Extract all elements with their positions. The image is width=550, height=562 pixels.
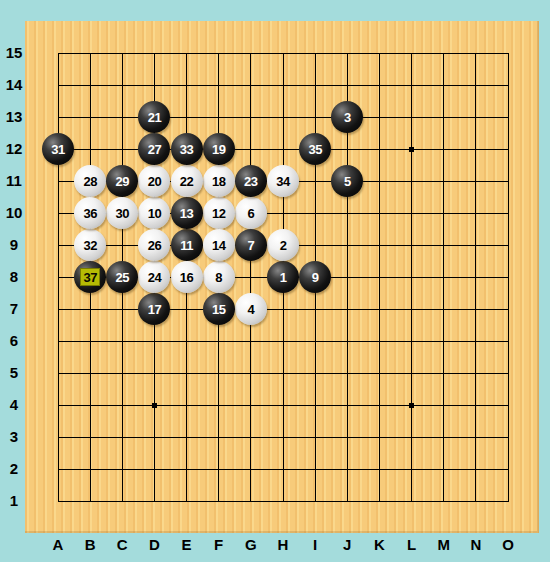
star-point — [409, 403, 414, 408]
row-label: 13 — [2, 109, 26, 125]
stone-number: 8 — [215, 271, 222, 284]
grid-line-horizontal — [58, 341, 509, 342]
stone-white: 12 — [203, 197, 235, 229]
row-label: 6 — [2, 333, 26, 349]
stone-black: 1 — [267, 261, 299, 293]
stone-number: 6 — [247, 207, 254, 220]
grid-line-horizontal — [58, 309, 509, 310]
grid-line-horizontal — [58, 501, 509, 502]
row-label: 1 — [2, 493, 26, 509]
stone-number: 17 — [148, 303, 161, 316]
row-label: 9 — [2, 237, 26, 253]
stone-number: 30 — [116, 207, 129, 220]
stone-white: 4 — [235, 293, 267, 325]
stone-number: 26 — [148, 239, 161, 252]
column-label: M — [434, 537, 454, 553]
stone-black: 11 — [171, 229, 203, 261]
column-label: H — [273, 537, 293, 553]
row-label: 4 — [2, 397, 26, 413]
stone-number: 28 — [83, 175, 96, 188]
stone-number: 34 — [276, 175, 289, 188]
row-label: 15 — [2, 45, 26, 61]
stone-white: 22 — [171, 165, 203, 197]
grid-line-horizontal — [58, 117, 509, 118]
stone-number: 24 — [148, 271, 161, 284]
stone-number: 27 — [148, 143, 161, 156]
column-label: C — [112, 537, 132, 553]
stone-number: 36 — [83, 207, 96, 220]
stone-number: 11 — [180, 239, 193, 252]
row-label: 10 — [2, 205, 26, 221]
grid-line-vertical — [250, 53, 251, 502]
column-label: I — [305, 537, 325, 553]
row-label: 3 — [2, 429, 26, 445]
star-point — [409, 147, 414, 152]
grid-line-horizontal — [58, 53, 509, 54]
stone-number: 19 — [212, 143, 225, 156]
stone-black: 9 — [299, 261, 331, 293]
column-label: D — [144, 537, 164, 553]
grid-line-vertical — [411, 53, 412, 502]
stone-white: 36 — [74, 197, 106, 229]
stone-number: 33 — [180, 143, 193, 156]
column-label: E — [177, 537, 197, 553]
stone-number: 32 — [83, 239, 96, 252]
grid-line-horizontal — [58, 405, 509, 406]
column-label: B — [80, 537, 100, 553]
grid-line-horizontal — [58, 469, 509, 470]
stone-number: 2 — [280, 239, 287, 252]
grid-line-vertical — [475, 53, 476, 502]
stone-number: 21 — [148, 111, 161, 124]
row-label: 8 — [2, 269, 26, 285]
stone-number: 23 — [244, 175, 257, 188]
column-label: A — [48, 537, 68, 553]
grid-line-vertical — [443, 53, 444, 502]
stone-black: 23 — [235, 165, 267, 197]
stone-number: 5 — [344, 175, 351, 188]
stone-number: 16 — [180, 271, 193, 284]
stone-black: 19 — [203, 133, 235, 165]
grid-line-horizontal — [58, 149, 509, 150]
stone-black: 15 — [203, 293, 235, 325]
stone-number: 12 — [212, 207, 225, 220]
grid-line-horizontal — [58, 85, 509, 86]
stone-black: 7 — [235, 229, 267, 261]
stone-number: 22 — [180, 175, 193, 188]
row-label: 12 — [2, 141, 26, 157]
stone-number: 37 — [83, 271, 96, 284]
column-label: G — [241, 537, 261, 553]
stone-white: 18 — [203, 165, 235, 197]
stone-black-last-move: 37 — [74, 261, 106, 293]
stone-number: 7 — [247, 239, 254, 252]
row-label: 2 — [2, 461, 26, 477]
stone-white: 32 — [74, 229, 106, 261]
stone-white: 6 — [235, 197, 267, 229]
column-label: J — [337, 537, 357, 553]
stone-number: 4 — [247, 303, 254, 316]
grid-line-vertical — [379, 53, 380, 502]
stone-white: 14 — [203, 229, 235, 261]
stone-number: 20 — [148, 175, 161, 188]
stone-number: 18 — [212, 175, 225, 188]
column-label: O — [498, 537, 518, 553]
go-diagram-page: ABCDEFGHIJKLMNO1514131211109876543211234… — [0, 0, 550, 562]
stone-number: 14 — [212, 239, 225, 252]
column-label: F — [209, 537, 229, 553]
stone-black: 33 — [171, 133, 203, 165]
grid-line-horizontal — [58, 373, 509, 374]
stone-number: 9 — [312, 271, 319, 284]
stone-white: 34 — [267, 165, 299, 197]
stone-number: 13 — [180, 207, 193, 220]
stone-number: 31 — [51, 143, 64, 156]
grid-line-vertical — [508, 53, 509, 502]
row-label: 14 — [2, 77, 26, 93]
star-point — [152, 403, 157, 408]
column-label: N — [466, 537, 486, 553]
stone-white: 8 — [203, 261, 235, 293]
stone-white: 28 — [74, 165, 106, 197]
stone-black: 13 — [171, 197, 203, 229]
stone-number: 3 — [344, 111, 351, 124]
stone-number: 35 — [308, 143, 321, 156]
stone-white: 2 — [267, 229, 299, 261]
row-label: 7 — [2, 301, 26, 317]
stone-number: 1 — [280, 271, 287, 284]
stone-number: 10 — [148, 207, 161, 220]
stone-white: 16 — [171, 261, 203, 293]
grid-line-horizontal — [58, 437, 509, 438]
stone-black: 35 — [299, 133, 331, 165]
row-label: 5 — [2, 365, 26, 381]
row-label: 11 — [2, 173, 26, 189]
stone-number: 29 — [116, 175, 129, 188]
stone-number: 15 — [212, 303, 225, 316]
grid-line-vertical — [58, 53, 59, 502]
column-label: L — [402, 537, 422, 553]
stone-number: 25 — [116, 271, 129, 284]
stone-black: 31 — [42, 133, 74, 165]
column-label: K — [369, 537, 389, 553]
